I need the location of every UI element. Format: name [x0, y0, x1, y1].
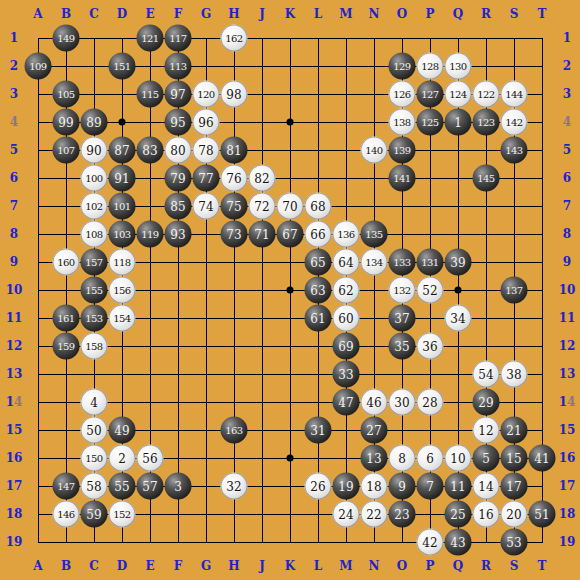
row-label-right-5: 5	[563, 143, 571, 157]
stone-D7-move-101: 101	[109, 193, 136, 220]
col-label-bottom-O: O	[397, 559, 407, 573]
move-number: 138	[393, 117, 410, 127]
move-number: 125	[421, 117, 438, 127]
row-label-left-19: 19	[6, 535, 23, 549]
move-number: 157	[85, 257, 102, 267]
stone-M18-move-24: 24	[333, 501, 360, 528]
move-number: 38	[506, 368, 521, 380]
stone-M11-move-60: 60	[333, 305, 360, 332]
move-number: 96	[198, 116, 213, 128]
move-number: 18	[366, 480, 381, 492]
stone-D9-move-118: 118	[109, 249, 136, 276]
stone-O17-move-9: 9	[389, 473, 416, 500]
row-label-left-11: 11	[6, 311, 23, 325]
stone-R13-move-54: 54	[473, 361, 500, 388]
move-number: 22	[366, 508, 381, 520]
stone-F3-move-97: 97	[165, 81, 192, 108]
star-point-Q10	[455, 287, 462, 294]
col-label-top-A: A	[33, 7, 42, 21]
stone-F4-move-95: 95	[165, 109, 192, 136]
move-number: 57	[142, 480, 157, 492]
move-number: 155	[85, 285, 102, 295]
move-number: 1	[454, 116, 462, 128]
move-number: 75	[226, 200, 241, 212]
move-number: 99	[58, 116, 73, 128]
stone-D15-move-49: 49	[109, 417, 136, 444]
stone-S16-move-15: 15	[501, 445, 528, 472]
col-label-bottom-J: J	[259, 559, 265, 573]
row-label-left-13: 13	[6, 367, 23, 381]
stone-B11-move-161: 161	[53, 305, 80, 332]
stone-O6-move-141: 141	[389, 165, 416, 192]
row-label-right-19: 19	[559, 535, 576, 549]
move-number: 82	[254, 172, 269, 184]
stone-M14-move-47: 47	[333, 389, 360, 416]
stone-C18-move-59: 59	[81, 501, 108, 528]
move-number: 134	[365, 257, 382, 267]
move-number: 5	[482, 452, 490, 464]
row-label-right-14: 14	[559, 395, 576, 409]
stone-Q4-move-1: 1	[445, 109, 472, 136]
stone-R3-move-122: 122	[473, 81, 500, 108]
stone-J6-move-82: 82	[249, 165, 276, 192]
stone-G3-move-120: 120	[193, 81, 220, 108]
col-label-bottom-C: C	[89, 559, 99, 573]
col-label-bottom-E: E	[145, 559, 154, 573]
move-number: 121	[141, 33, 158, 43]
move-number: 136	[337, 229, 354, 239]
stone-C9-move-157: 157	[81, 249, 108, 276]
move-number: 27	[366, 424, 381, 436]
move-number: 62	[338, 284, 353, 296]
col-label-bottom-D: D	[117, 559, 127, 573]
stone-O11-move-37: 37	[389, 305, 416, 332]
stone-C17-move-58: 58	[81, 473, 108, 500]
row-label-left-10: 10	[6, 283, 23, 297]
stone-B4-move-99: 99	[53, 109, 80, 136]
move-number: 144	[505, 89, 522, 99]
move-number: 140	[365, 145, 382, 155]
stone-Q16-move-10: 10	[445, 445, 472, 472]
stone-O10-move-132: 132	[389, 277, 416, 304]
stone-O5-move-139: 139	[389, 137, 416, 164]
col-label-bottom-A: A	[33, 559, 42, 573]
move-number: 127	[421, 89, 438, 99]
stone-L9-move-65: 65	[305, 249, 332, 276]
stone-F6-move-79: 79	[165, 165, 192, 192]
col-label-top-S: S	[510, 7, 519, 21]
row-label-right-7: 7	[563, 199, 571, 213]
move-number: 11	[450, 480, 465, 492]
move-number: 54	[478, 368, 493, 380]
stone-C12-move-158: 158	[81, 333, 108, 360]
stone-B12-move-159: 159	[53, 333, 80, 360]
stone-B9-move-160: 160	[53, 249, 80, 276]
move-number: 141	[393, 173, 410, 183]
stone-B3-move-105: 105	[53, 81, 80, 108]
move-number: 25	[450, 508, 465, 520]
col-label-bottom-T: T	[538, 559, 547, 573]
col-label-top-M: M	[339, 7, 352, 21]
move-number: 16	[478, 508, 493, 520]
stone-P19-move-42: 42	[417, 529, 444, 556]
move-number: 123	[477, 117, 494, 127]
stone-H7-move-75: 75	[221, 193, 248, 220]
stone-C8-move-108: 108	[81, 221, 108, 248]
row-label-right-9: 9	[563, 255, 571, 269]
row-label-right-13: 13	[559, 367, 576, 381]
move-number: 97	[170, 88, 185, 100]
row-label-right-2: 2	[563, 59, 571, 73]
move-number: 61	[310, 312, 325, 324]
stone-R15-move-12: 12	[473, 417, 500, 444]
stone-L7-move-68: 68	[305, 193, 332, 220]
move-number: 72	[254, 200, 269, 212]
row-label-right-10: 10	[559, 283, 576, 297]
move-number: 89	[86, 116, 101, 128]
stone-F2-move-113: 113	[165, 53, 192, 80]
stone-O18-move-23: 23	[389, 501, 416, 528]
move-number: 73	[226, 228, 241, 240]
stone-L8-move-66: 66	[305, 221, 332, 248]
move-number: 91	[114, 172, 129, 184]
move-number: 152	[113, 509, 130, 519]
stone-D10-move-156: 156	[109, 277, 136, 304]
move-number: 146	[57, 509, 74, 519]
go-diagram: AABBCCDDEEFFGGHHJJKKLLMMNNOOPPQQRRSSTT11…	[0, 0, 580, 580]
star-point-D4	[119, 119, 126, 126]
move-number: 2	[118, 452, 126, 464]
col-label-top-T: T	[538, 7, 547, 21]
move-number: 47	[338, 396, 353, 408]
move-number: 15	[506, 452, 521, 464]
move-number: 51	[534, 508, 549, 520]
move-number: 39	[450, 256, 465, 268]
move-number: 33	[338, 368, 353, 380]
stone-C16-move-150: 150	[81, 445, 108, 472]
stone-N15-move-27: 27	[361, 417, 388, 444]
row-label-left-8: 8	[10, 227, 18, 241]
row-label-left-5: 5	[10, 143, 18, 157]
move-number: 162	[225, 33, 242, 43]
move-number: 117	[169, 33, 186, 43]
row-label-left-7: 7	[10, 199, 18, 213]
move-number: 119	[141, 229, 158, 239]
move-number: 3	[174, 480, 182, 492]
stone-O4-move-138: 138	[389, 109, 416, 136]
move-number: 42	[422, 536, 437, 548]
move-number: 158	[85, 341, 102, 351]
move-number: 161	[57, 313, 74, 323]
row-label-right-18: 18	[559, 507, 576, 521]
move-number: 26	[310, 480, 325, 492]
move-number: 150	[85, 453, 102, 463]
move-number: 133	[393, 257, 410, 267]
move-number: 9	[398, 480, 406, 492]
stone-P12-move-36: 36	[417, 333, 444, 360]
stone-S18-move-20: 20	[501, 501, 528, 528]
stone-R4-move-123: 123	[473, 109, 500, 136]
row-label-right-3: 3	[563, 87, 571, 101]
col-label-bottom-K: K	[285, 559, 295, 573]
move-number: 28	[422, 396, 437, 408]
move-number: 79	[170, 172, 185, 184]
stone-R16-move-5: 5	[473, 445, 500, 472]
stone-E16-move-56: 56	[137, 445, 164, 472]
stone-E3-move-115: 115	[137, 81, 164, 108]
stone-E17-move-57: 57	[137, 473, 164, 500]
stone-F7-move-85: 85	[165, 193, 192, 220]
col-label-top-O: O	[397, 7, 407, 21]
stone-Q18-move-25: 25	[445, 501, 472, 528]
stone-L10-move-63: 63	[305, 277, 332, 304]
stone-D18-move-152: 152	[109, 501, 136, 528]
row-label-right-1: 1	[563, 31, 571, 45]
stone-H15-move-163: 163	[221, 417, 248, 444]
move-number: 58	[86, 480, 101, 492]
move-number: 115	[141, 89, 158, 99]
stone-O14-move-30: 30	[389, 389, 416, 416]
col-label-bottom-Q: Q	[453, 559, 463, 573]
move-number: 105	[57, 89, 74, 99]
stone-H6-move-76: 76	[221, 165, 248, 192]
move-number: 36	[422, 340, 437, 352]
row-label-left-16: 16	[6, 451, 23, 465]
move-number: 93	[170, 228, 185, 240]
move-number: 37	[394, 312, 409, 324]
stone-D17-move-55: 55	[109, 473, 136, 500]
row-label-left-1: 1	[10, 31, 18, 45]
stone-G7-move-74: 74	[193, 193, 220, 220]
stone-C14-move-4: 4	[81, 389, 108, 416]
move-number: 153	[85, 313, 102, 323]
stone-Q19-move-43: 43	[445, 529, 472, 556]
move-number: 90	[86, 144, 101, 156]
move-number: 83	[142, 144, 157, 156]
stone-Q9-move-39: 39	[445, 249, 472, 276]
col-label-top-K: K	[285, 7, 295, 21]
move-number: 32	[226, 480, 241, 492]
move-number: 131	[421, 257, 438, 267]
move-number: 6	[426, 452, 434, 464]
move-number: 56	[142, 452, 157, 464]
move-number: 160	[57, 257, 74, 267]
stone-B5-move-107: 107	[53, 137, 80, 164]
move-number: 52	[422, 284, 437, 296]
col-label-top-F: F	[174, 7, 183, 21]
stone-P3-move-127: 127	[417, 81, 444, 108]
stone-D16-move-2: 2	[109, 445, 136, 472]
stone-S13-move-38: 38	[501, 361, 528, 388]
move-number: 63	[310, 284, 325, 296]
row-label-left-9: 9	[10, 255, 18, 269]
move-number: 78	[198, 144, 213, 156]
move-number: 87	[114, 144, 129, 156]
move-number: 145	[477, 173, 494, 183]
move-number: 31	[310, 424, 325, 436]
move-number: 102	[85, 201, 102, 211]
row-label-right-4: 4	[563, 115, 571, 129]
col-label-top-H: H	[228, 7, 239, 21]
stone-L15-move-31: 31	[305, 417, 332, 444]
col-label-top-E: E	[145, 7, 154, 21]
row-label-left-18: 18	[6, 507, 23, 521]
row-label-left-3: 3	[10, 87, 18, 101]
stone-S17-move-17: 17	[501, 473, 528, 500]
row-label-left-14: 14	[6, 395, 23, 409]
stone-P4-move-125: 125	[417, 109, 444, 136]
move-number: 14	[478, 480, 493, 492]
move-number: 23	[394, 508, 409, 520]
stone-H3-move-98: 98	[221, 81, 248, 108]
stone-M17-move-19: 19	[333, 473, 360, 500]
col-label-top-B: B	[61, 7, 71, 21]
move-number: 71	[254, 228, 269, 240]
move-number: 68	[310, 200, 325, 212]
move-number: 34	[450, 312, 465, 324]
star-point-K4	[287, 119, 294, 126]
row-label-left-17: 17	[6, 479, 23, 493]
stone-F5-move-80: 80	[165, 137, 192, 164]
move-number: 19	[338, 480, 353, 492]
col-label-bottom-F: F	[174, 559, 183, 573]
move-number: 100	[85, 173, 102, 183]
stone-S3-move-144: 144	[501, 81, 528, 108]
col-label-bottom-R: R	[481, 559, 491, 573]
move-number: 128	[421, 61, 438, 71]
col-label-bottom-S: S	[510, 559, 519, 573]
move-number: 65	[310, 256, 325, 268]
stone-T18-move-51: 51	[529, 501, 556, 528]
col-label-top-N: N	[369, 7, 380, 21]
col-label-top-Q: Q	[453, 7, 463, 21]
move-number: 107	[57, 145, 74, 155]
move-number: 53	[506, 536, 521, 548]
row-label-right-12: 12	[559, 339, 576, 353]
move-number: 108	[85, 229, 102, 239]
row-label-right-15: 15	[559, 423, 576, 437]
col-label-top-R: R	[481, 7, 491, 21]
move-number: 50	[86, 424, 101, 436]
col-label-bottom-L: L	[314, 559, 322, 573]
move-number: 124	[449, 89, 466, 99]
stone-K8-move-67: 67	[277, 221, 304, 248]
move-number: 98	[226, 88, 241, 100]
stone-D11-move-154: 154	[109, 305, 136, 332]
move-number: 43	[450, 536, 465, 548]
move-number: 8	[398, 452, 406, 464]
stone-C6-move-100: 100	[81, 165, 108, 192]
stone-J7-move-72: 72	[249, 193, 276, 220]
move-number: 135	[365, 229, 382, 239]
stone-R17-move-14: 14	[473, 473, 500, 500]
stone-B17-move-147: 147	[53, 473, 80, 500]
move-number: 41	[534, 452, 549, 464]
stone-P16-move-6: 6	[417, 445, 444, 472]
stone-R18-move-16: 16	[473, 501, 500, 528]
stone-C10-move-155: 155	[81, 277, 108, 304]
move-number: 101	[113, 201, 130, 211]
col-label-bottom-N: N	[369, 559, 380, 573]
move-number: 130	[449, 61, 466, 71]
move-number: 70	[282, 200, 297, 212]
row-label-right-11: 11	[559, 311, 576, 325]
stone-O2-move-129: 129	[389, 53, 416, 80]
stone-P17-move-7: 7	[417, 473, 444, 500]
stone-H17-move-32: 32	[221, 473, 248, 500]
stone-F17-move-3: 3	[165, 473, 192, 500]
row-label-left-15: 15	[6, 423, 23, 437]
stone-S15-move-21: 21	[501, 417, 528, 444]
move-number: 60	[338, 312, 353, 324]
move-number: 163	[225, 425, 242, 435]
move-number: 103	[113, 229, 130, 239]
stone-E1-move-121: 121	[137, 25, 164, 52]
col-label-top-D: D	[117, 7, 127, 21]
move-number: 122	[477, 89, 494, 99]
row-label-left-12: 12	[6, 339, 23, 353]
move-number: 17	[506, 480, 521, 492]
move-number: 85	[170, 200, 185, 212]
move-number: 21	[506, 424, 521, 436]
move-number: 129	[393, 61, 410, 71]
move-number: 10	[450, 452, 465, 464]
move-number: 69	[338, 340, 353, 352]
move-number: 139	[393, 145, 410, 155]
stone-F1-move-117: 117	[165, 25, 192, 52]
stone-Q3-move-124: 124	[445, 81, 472, 108]
move-number: 74	[198, 200, 213, 212]
stone-G5-move-78: 78	[193, 137, 220, 164]
stone-M12-move-69: 69	[333, 333, 360, 360]
move-number: 12	[478, 424, 493, 436]
stone-P2-move-128: 128	[417, 53, 444, 80]
move-number: 118	[113, 257, 130, 267]
stone-N18-move-22: 22	[361, 501, 388, 528]
stone-R6-move-145: 145	[473, 165, 500, 192]
stone-N17-move-18: 18	[361, 473, 388, 500]
stone-N14-move-46: 46	[361, 389, 388, 416]
col-label-bottom-G: G	[201, 559, 211, 573]
move-number: 126	[393, 89, 410, 99]
move-number: 151	[113, 61, 130, 71]
stone-S4-move-142: 142	[501, 109, 528, 136]
stone-Q11-move-34: 34	[445, 305, 472, 332]
stone-C5-move-90: 90	[81, 137, 108, 164]
move-number: 120	[197, 89, 214, 99]
stone-Q2-move-130: 130	[445, 53, 472, 80]
stone-H8-move-73: 73	[221, 221, 248, 248]
stone-M10-move-62: 62	[333, 277, 360, 304]
move-number: 29	[478, 396, 493, 408]
move-number: 147	[57, 481, 74, 491]
move-number: 109	[29, 61, 46, 71]
go-board[interactable]: AABBCCDDEEFFGGHHJJKKLLMMNNOOPPQQRRSSTT11…	[0, 0, 580, 580]
stone-N9-move-134: 134	[361, 249, 388, 276]
move-number: 55	[114, 480, 129, 492]
stone-G4-move-96: 96	[193, 109, 220, 136]
move-number: 24	[338, 508, 353, 520]
stone-F8-move-93: 93	[165, 221, 192, 248]
row-label-right-6: 6	[563, 171, 571, 185]
move-number: 35	[394, 340, 409, 352]
stone-C11-move-153: 153	[81, 305, 108, 332]
row-label-left-2: 2	[10, 59, 18, 73]
col-label-bottom-P: P	[425, 559, 434, 573]
col-label-top-J: J	[259, 7, 265, 21]
stone-T16-move-41: 41	[529, 445, 556, 472]
stone-O16-move-8: 8	[389, 445, 416, 472]
